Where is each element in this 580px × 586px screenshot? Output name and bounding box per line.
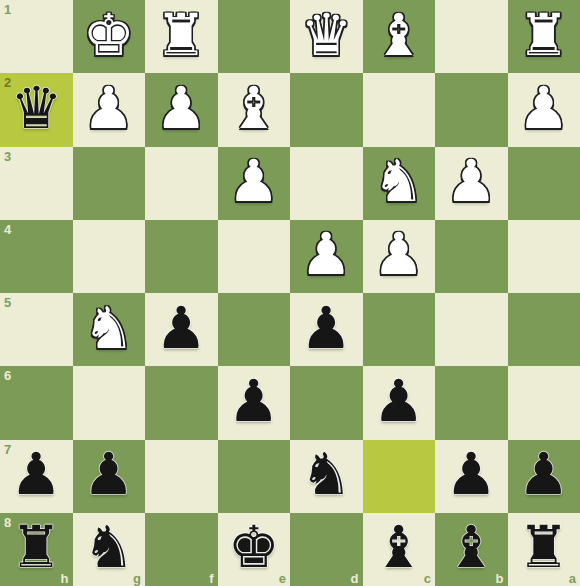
square-b5[interactable] (435, 293, 508, 366)
white-pawn[interactable]: ♟ (300, 225, 352, 287)
white-pawn[interactable]: ♟ (83, 79, 135, 141)
square-f6[interactable] (145, 366, 218, 439)
white-pawn[interactable]: ♟ (518, 79, 570, 141)
square-b1[interactable] (435, 0, 508, 73)
white-pawn[interactable]: ♟ (228, 152, 280, 214)
square-f7[interactable] (145, 440, 218, 513)
square-a4[interactable] (508, 220, 580, 293)
rank-label-6: 6 (4, 369, 11, 382)
square-g2[interactable]: ♟ (73, 73, 146, 146)
square-a2[interactable]: ♟ (508, 73, 580, 146)
black-pawn[interactable]: ♟ (83, 445, 135, 507)
black-rook[interactable]: ♜ (518, 518, 570, 580)
square-c4[interactable]: ♟ (363, 220, 436, 293)
square-e5[interactable] (218, 293, 291, 366)
black-king[interactable]: ♚ (228, 518, 280, 580)
square-b4[interactable] (435, 220, 508, 293)
square-f3[interactable] (145, 147, 218, 220)
square-b7[interactable]: ♟ (435, 440, 508, 513)
black-knight[interactable]: ♞ (83, 518, 135, 580)
white-queen[interactable]: ♛ (300, 6, 352, 68)
square-a1[interactable]: ♜ (508, 0, 580, 73)
square-f8[interactable]: f (145, 513, 218, 586)
white-rook[interactable]: ♜ (155, 6, 207, 68)
file-label-d: d (351, 572, 359, 585)
square-a3[interactable] (508, 147, 580, 220)
square-c1[interactable]: ♝ (363, 0, 436, 73)
square-f1[interactable]: ♜ (145, 0, 218, 73)
white-pawn[interactable]: ♟ (445, 152, 497, 214)
square-d5[interactable]: ♟ (290, 293, 363, 366)
square-h6[interactable]: 6 (0, 366, 73, 439)
square-g3[interactable] (73, 147, 146, 220)
file-label-a: a (569, 572, 576, 585)
rank-label-4: 4 (4, 223, 11, 236)
square-b6[interactable] (435, 366, 508, 439)
black-bishop[interactable]: ♝ (373, 518, 425, 580)
square-a7[interactable]: ♟ (508, 440, 580, 513)
square-e7[interactable] (218, 440, 291, 513)
square-c6[interactable]: ♟ (363, 366, 436, 439)
file-label-c: c (424, 572, 431, 585)
white-bishop[interactable]: ♝ (228, 79, 280, 141)
white-bishop[interactable]: ♝ (373, 6, 425, 68)
rank-label-5: 5 (4, 296, 11, 309)
square-d4[interactable]: ♟ (290, 220, 363, 293)
square-e6[interactable]: ♟ (218, 366, 291, 439)
square-a5[interactable] (508, 293, 580, 366)
square-a6[interactable] (508, 366, 580, 439)
black-pawn[interactable]: ♟ (518, 445, 570, 507)
square-d2[interactable] (290, 73, 363, 146)
square-d1[interactable]: ♛ (290, 0, 363, 73)
square-d8[interactable]: d (290, 513, 363, 586)
square-e8[interactable]: e♚ (218, 513, 291, 586)
square-c5[interactable] (363, 293, 436, 366)
square-d3[interactable] (290, 147, 363, 220)
black-rook[interactable]: ♜ (10, 518, 62, 580)
black-knight[interactable]: ♞ (300, 445, 352, 507)
black-queen[interactable]: ♛ (10, 79, 62, 141)
square-g1[interactable]: ♚ (73, 0, 146, 73)
square-c8[interactable]: c♝ (363, 513, 436, 586)
square-d7[interactable]: ♞ (290, 440, 363, 513)
white-knight[interactable]: ♞ (83, 299, 135, 361)
square-c3[interactable]: ♞ (363, 147, 436, 220)
square-e2[interactable]: ♝ (218, 73, 291, 146)
white-rook[interactable]: ♜ (518, 6, 570, 68)
white-pawn[interactable]: ♟ (155, 79, 207, 141)
square-h7[interactable]: 7♟ (0, 440, 73, 513)
black-pawn[interactable]: ♟ (373, 372, 425, 434)
square-g6[interactable] (73, 366, 146, 439)
square-c7[interactable] (363, 440, 436, 513)
square-h8[interactable]: 8h♜ (0, 513, 73, 586)
square-b3[interactable]: ♟ (435, 147, 508, 220)
square-h3[interactable]: 3 (0, 147, 73, 220)
square-d6[interactable] (290, 366, 363, 439)
square-g7[interactable]: ♟ (73, 440, 146, 513)
square-b8[interactable]: b♝ (435, 513, 508, 586)
rank-label-1: 1 (4, 3, 11, 16)
file-label-f: f (209, 572, 213, 585)
square-h5[interactable]: 5 (0, 293, 73, 366)
black-pawn[interactable]: ♟ (445, 445, 497, 507)
square-h1[interactable]: 1 (0, 0, 73, 73)
square-g8[interactable]: g♞ (73, 513, 146, 586)
square-e1[interactable] (218, 0, 291, 73)
white-pawn[interactable]: ♟ (373, 225, 425, 287)
square-f2[interactable]: ♟ (145, 73, 218, 146)
square-g4[interactable] (73, 220, 146, 293)
square-e3[interactable]: ♟ (218, 147, 291, 220)
square-e4[interactable] (218, 220, 291, 293)
square-h2[interactable]: 2♛ (0, 73, 73, 146)
white-king[interactable]: ♚ (83, 6, 135, 68)
square-h4[interactable]: 4 (0, 220, 73, 293)
black-bishop[interactable]: ♝ (445, 518, 497, 580)
black-pawn[interactable]: ♟ (300, 299, 352, 361)
white-knight[interactable]: ♞ (373, 152, 425, 214)
square-a8[interactable]: a♜ (508, 513, 580, 586)
chess-board: 1♚♜♛♝♜2♛♟♟♝♟3♟♞♟4♟♟5♞♟♟6♟♟7♟♟♞♟♟8h♜g♞fe♚… (0, 0, 580, 586)
square-f5[interactable]: ♟ (145, 293, 218, 366)
square-f4[interactable] (145, 220, 218, 293)
square-b2[interactable] (435, 73, 508, 146)
square-g5[interactable]: ♞ (73, 293, 146, 366)
black-pawn[interactable]: ♟ (10, 445, 62, 507)
black-pawn[interactable]: ♟ (155, 299, 207, 361)
black-pawn[interactable]: ♟ (228, 372, 280, 434)
file-label-e: e (279, 572, 286, 585)
rank-label-3: 3 (4, 150, 11, 163)
square-c2[interactable] (363, 73, 436, 146)
